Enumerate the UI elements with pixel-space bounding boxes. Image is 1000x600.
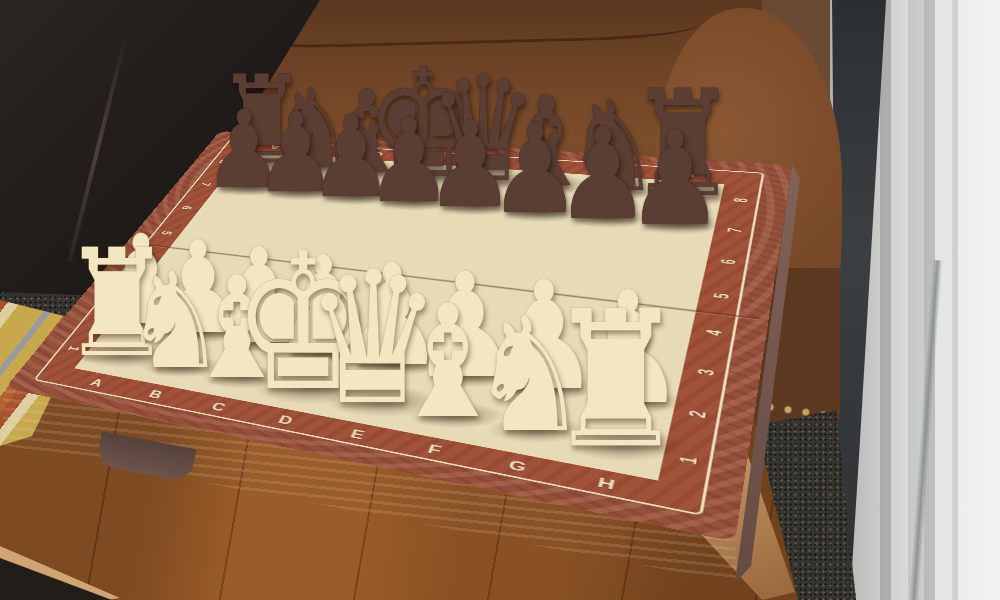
rank-label-2-left: 2 <box>90 314 108 321</box>
rank-label-5-left: 5 <box>158 230 175 235</box>
rank-label-6-left: 6 <box>178 206 195 211</box>
rank-label-6-right: 6 <box>717 259 741 266</box>
rank-label-8-right: 8 <box>730 197 752 203</box>
rank-label-1-right: 1 <box>675 455 703 467</box>
file-label-e-far: E <box>486 158 499 166</box>
file-label-a-far: A <box>268 144 282 151</box>
file-label-h-near: H <box>596 476 616 493</box>
file-label-b-far: B <box>318 147 332 154</box>
file-label-f-far: F <box>548 162 561 170</box>
file-label-a-near: A <box>87 377 105 389</box>
rank-label-7-right: 7 <box>724 227 747 233</box>
rank-label-7-left: 7 <box>197 182 213 186</box>
rank-label-1-left: 1 <box>64 345 83 352</box>
file-label-b-near: B <box>146 389 164 402</box>
rank-label-4-right: 4 <box>702 328 727 336</box>
file-label-f-near: F <box>426 443 443 458</box>
rank-label-3-right: 3 <box>693 367 719 376</box>
rank-label-5-right: 5 <box>710 292 735 300</box>
file-label-d-far: D <box>427 154 441 161</box>
file-label-c-far: C <box>371 150 385 157</box>
photo-scene: AA88BB77CC66DD55EE44FF33GG22HH11 ♜♞♝♚♛♝♞… <box>0 0 1000 600</box>
rank-label-3-left: 3 <box>114 284 132 290</box>
file-label-e-near: E <box>348 428 366 442</box>
file-label-h-far: H <box>681 170 696 178</box>
rank-label-8-left: 8 <box>216 160 232 164</box>
file-label-c-near: C <box>209 401 228 414</box>
file-label-g-near: G <box>506 458 527 474</box>
file-label-g-far: G <box>612 166 628 174</box>
file-label-d-near: D <box>276 414 295 428</box>
rank-label-4-left: 4 <box>136 257 154 263</box>
rank-label-2-right: 2 <box>684 409 711 419</box>
